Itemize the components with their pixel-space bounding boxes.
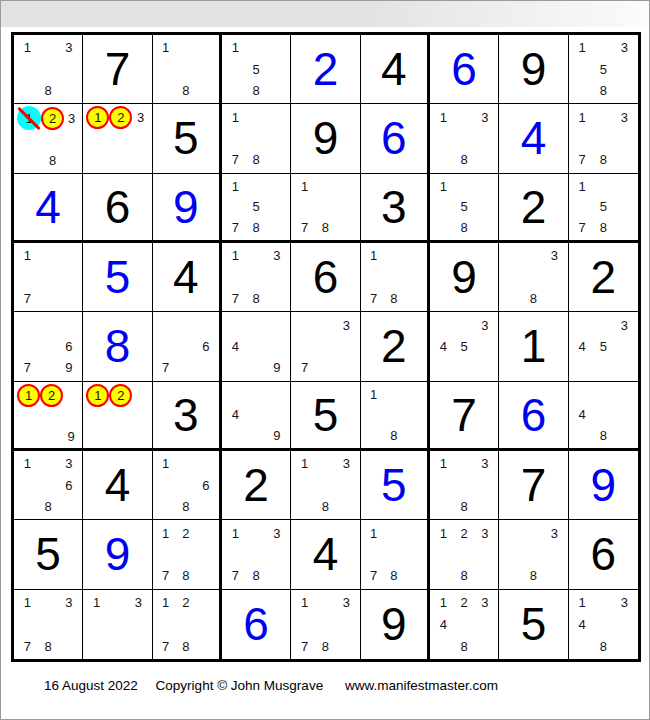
- candidate-4: 4: [572, 613, 593, 635]
- candidate-5: 5: [593, 196, 614, 217]
- cell-r1c3[interactable]: 18: [153, 35, 222, 104]
- cell-r7c3[interactable]: 168: [153, 451, 222, 520]
- candidate-8: 8: [246, 80, 267, 101]
- candidate-8: 8: [38, 635, 59, 657]
- candidate-grid: 345: [433, 314, 495, 378]
- candidate-grid: 67: [156, 314, 216, 378]
- cell-r8c9[interactable]: 6: [569, 520, 638, 589]
- cell-r2c1[interactable]: 1238: [14, 104, 83, 173]
- solved-digit: 5: [105, 254, 131, 300]
- candidate-4: 4: [572, 336, 593, 357]
- candidate-9: 9: [267, 357, 288, 378]
- candidate-grid: 138: [433, 106, 495, 170]
- given-digit: 2: [591, 254, 617, 300]
- candidate-5: 5: [454, 196, 475, 217]
- cell-r3c5[interactable]: 178: [291, 174, 360, 243]
- cell-r4c9[interactable]: 2: [569, 243, 638, 312]
- candidate-1: 1: [156, 37, 176, 58]
- candidate-3: 3: [614, 37, 635, 58]
- candidate-1: 1: [225, 106, 246, 127]
- candidate-grid: 178: [225, 106, 287, 170]
- candidate-2-highlighted: 2: [109, 384, 132, 407]
- candidate-8: 8: [593, 217, 614, 238]
- header-bar: [1, 1, 649, 27]
- given-digit: 6: [313, 254, 339, 300]
- solved-digit: 6: [521, 392, 547, 438]
- candidate-1: 1: [86, 592, 107, 614]
- cell-r6c3[interactable]: 3: [153, 382, 222, 451]
- cell-r6c5[interactable]: 5: [291, 382, 360, 451]
- cell-r6c1[interactable]: 129: [14, 382, 83, 451]
- candidate-7: 7: [294, 217, 315, 238]
- given-digit: 7: [521, 462, 547, 508]
- given-digit: 4: [313, 531, 339, 577]
- candidate-1: 1: [433, 522, 454, 543]
- cell-r1c5[interactable]: 2: [291, 35, 360, 104]
- candidate-8: 8: [454, 635, 475, 657]
- cell-r9c1[interactable]: 1378: [14, 590, 83, 659]
- candidate-4: 4: [433, 336, 454, 357]
- candidate-7: 7: [294, 635, 315, 657]
- candidate-grid: 1358: [572, 37, 635, 101]
- candidate-8: 8: [176, 496, 196, 517]
- given-digit: 7: [451, 392, 477, 438]
- given-digit: 4: [173, 254, 199, 300]
- candidate-2-highlighted: 2: [41, 107, 64, 130]
- candidate-3: 3: [475, 522, 496, 543]
- cell-r5c4[interactable]: 49: [222, 312, 291, 381]
- solved-digit: 9: [173, 184, 199, 230]
- candidate-3: 3: [267, 522, 288, 543]
- candidate-1: 1: [433, 176, 454, 197]
- cell-r6c7[interactable]: 7: [430, 382, 499, 451]
- cell-r5c7[interactable]: 345: [430, 312, 499, 381]
- candidate-1: 1: [17, 245, 38, 266]
- cell-r1c7[interactable]: 6: [430, 35, 499, 104]
- cell-r4c8[interactable]: 38: [499, 243, 568, 312]
- cell-r2c9[interactable]: 1378: [569, 104, 638, 173]
- candidate-grid: 1378: [225, 245, 287, 309]
- cell-r2c6[interactable]: 6: [361, 104, 430, 173]
- cell-r2c8[interactable]: 4: [499, 104, 568, 173]
- candidate-3: 3: [336, 592, 357, 614]
- cell-r1c4[interactable]: 158: [222, 35, 291, 104]
- given-digit: 4: [381, 46, 407, 92]
- candidate-3: 3: [132, 106, 148, 129]
- cell-r3c2[interactable]: 6: [83, 174, 152, 243]
- candidate-7: 7: [17, 635, 38, 657]
- given-digit: 2: [521, 184, 547, 230]
- candidate-7: 7: [17, 357, 38, 378]
- candidate-1: 1: [225, 245, 246, 266]
- cell-r3c7[interactable]: 158: [430, 174, 499, 243]
- candidate-3: 3: [336, 314, 357, 335]
- candidate-3: 3: [59, 592, 80, 614]
- candidate-grid: 129: [17, 384, 79, 446]
- candidate-1-highlighted: 1: [17, 384, 40, 407]
- given-digit: 9: [521, 46, 547, 92]
- candidate-grid: 138: [433, 453, 495, 517]
- candidate-5: 5: [454, 336, 475, 357]
- cell-r7c4[interactable]: 2: [222, 451, 291, 520]
- given-digit: 7: [105, 46, 131, 92]
- candidate-8: 8: [593, 635, 614, 657]
- candidate-1: 1: [572, 37, 593, 58]
- candidate-3: 3: [128, 592, 149, 614]
- candidate-grid: 1238: [17, 106, 79, 170]
- candidate-7: 7: [294, 357, 315, 378]
- candidate-8: 8: [454, 217, 475, 238]
- candidate-grid: 13: [86, 592, 148, 657]
- candidate-1: 1: [364, 384, 384, 405]
- candidate-2: 2: [454, 522, 475, 543]
- cell-r7c8[interactable]: 7: [499, 451, 568, 520]
- candidate-8: 8: [454, 496, 475, 517]
- solved-digit: 9: [591, 462, 617, 508]
- cell-r3c6[interactable]: 3: [361, 174, 430, 243]
- candidate-3: 3: [267, 245, 288, 266]
- given-digit: 9: [313, 115, 339, 161]
- cell-r7c6[interactable]: 5: [361, 451, 430, 520]
- candidate-5: 5: [246, 196, 267, 217]
- candidate-5: 5: [593, 336, 614, 357]
- given-digit: 2: [381, 323, 407, 369]
- cell-r3c9[interactable]: 1578: [569, 174, 638, 243]
- candidate-grid: 1278: [156, 522, 216, 586]
- solved-digit: 9: [105, 531, 131, 577]
- candidate-2: 2: [176, 592, 196, 614]
- footer-copyright: Copyright © John Musgrave: [156, 678, 324, 693]
- candidate-4: 4: [433, 613, 454, 635]
- candidate-1-highlighted: 1: [86, 384, 109, 407]
- cell-r9c2[interactable]: 13: [83, 590, 152, 659]
- cell-r1c2[interactable]: 7: [83, 35, 152, 104]
- candidate-grid: 178: [364, 522, 424, 586]
- cell-r7c9[interactable]: 9: [569, 451, 638, 520]
- candidate-1: 1: [572, 176, 593, 197]
- candidate-grid: 17: [17, 245, 79, 309]
- candidate-grid: 158: [433, 176, 495, 238]
- candidate-6: 6: [196, 474, 216, 495]
- candidate-8: 8: [593, 149, 614, 170]
- cell-r9c5[interactable]: 1378: [291, 590, 360, 659]
- candidate-1: 1: [17, 453, 38, 474]
- candidate-8: 8: [176, 80, 196, 101]
- candidate-1: 1: [17, 37, 38, 58]
- candidate-grid: 38: [502, 245, 564, 309]
- candidate-4: 4: [225, 336, 246, 357]
- cell-r4c4[interactable]: 1378: [222, 243, 291, 312]
- cell-r8c4[interactable]: 1378: [222, 520, 291, 589]
- candidate-8: 8: [384, 425, 404, 446]
- candidate-grid: 49: [225, 314, 287, 378]
- cell-r7c7[interactable]: 138: [430, 451, 499, 520]
- candidate-1: 1: [433, 106, 454, 127]
- candidate-grid: 1238: [433, 522, 495, 586]
- cell-r5c5[interactable]: 37: [291, 312, 360, 381]
- candidate-8: 8: [176, 635, 196, 657]
- candidate-1: 1: [572, 106, 593, 127]
- candidate-1: 1: [294, 453, 315, 474]
- candidate-grid: 178: [294, 176, 356, 238]
- given-digit: 2: [243, 462, 269, 508]
- candidate-3: 3: [475, 314, 496, 335]
- candidate-8: 8: [176, 565, 196, 586]
- candidate-8: 8: [315, 217, 336, 238]
- candidate-1: 1: [225, 37, 246, 58]
- candidate-1: 1: [364, 245, 384, 266]
- candidate-1: 1: [156, 522, 176, 543]
- cell-r8c3[interactable]: 1278: [153, 520, 222, 589]
- candidate-grid: 1378: [294, 592, 356, 657]
- cell-r8c2[interactable]: 9: [83, 520, 152, 589]
- solved-digit: 4: [521, 115, 547, 161]
- cell-r1c1[interactable]: 138: [14, 35, 83, 104]
- candidate-grid: 1378: [17, 592, 79, 657]
- candidate-8: 8: [246, 217, 267, 238]
- candidate-grid: 178: [364, 245, 424, 309]
- candidate-3: 3: [544, 245, 565, 266]
- cell-r5c2[interactable]: 8: [83, 312, 152, 381]
- given-digit: 5: [313, 392, 339, 438]
- candidate-7: 7: [156, 635, 176, 657]
- candidate-9: 9: [63, 426, 79, 446]
- cell-r8c5[interactable]: 4: [291, 520, 360, 589]
- candidate-grid: 138: [17, 37, 79, 101]
- candidate-3: 3: [614, 106, 635, 127]
- candidate-3: 3: [475, 592, 496, 614]
- candidate-8: 8: [593, 80, 614, 101]
- candidate-8: 8: [454, 149, 475, 170]
- candidate-grid: 168: [156, 453, 216, 517]
- candidate-grid: 48: [572, 384, 635, 446]
- given-digit: 1: [521, 323, 547, 369]
- candidate-8: 8: [593, 425, 614, 446]
- candidate-1: 1: [225, 176, 246, 197]
- given-digit: 4: [105, 462, 131, 508]
- candidate-2: 2: [454, 592, 475, 614]
- solved-digit: 6: [381, 115, 407, 161]
- solved-digit: 4: [35, 184, 61, 230]
- candidate-grid: 37: [294, 314, 356, 378]
- candidate-7: 7: [572, 217, 593, 238]
- candidate-8: 8: [315, 496, 336, 517]
- candidate-grid: 1578: [225, 176, 287, 238]
- cell-r5c3[interactable]: 67: [153, 312, 222, 381]
- candidate-7: 7: [225, 288, 246, 309]
- candidate-grid: 12348: [433, 592, 495, 657]
- cell-r9c6[interactable]: 9: [361, 590, 430, 659]
- candidate-grid: 49: [225, 384, 287, 446]
- cell-r4c6[interactable]: 178: [361, 243, 430, 312]
- candidate-7: 7: [572, 149, 593, 170]
- candidate-1-eliminated: 1: [17, 106, 41, 130]
- candidate-8: 8: [41, 150, 64, 170]
- candidate-6: 6: [59, 336, 80, 357]
- candidate-grid: 1378: [572, 106, 635, 170]
- given-digit: 5: [173, 115, 199, 161]
- cell-r5c9[interactable]: 345: [569, 312, 638, 381]
- candidate-1: 1: [433, 453, 454, 474]
- cell-r6c6[interactable]: 18: [361, 382, 430, 451]
- candidate-3: 3: [64, 106, 79, 130]
- candidate-3: 3: [475, 106, 496, 127]
- given-digit: 9: [451, 254, 477, 300]
- cell-r6c2[interactable]: 12: [83, 382, 152, 451]
- sudoku-board: 1387181582469135812381235178961384137846…: [11, 32, 641, 662]
- cell-r7c5[interactable]: 138: [291, 451, 360, 520]
- candidate-8: 8: [523, 565, 544, 586]
- candidate-8: 8: [246, 149, 267, 170]
- given-digit: 9: [381, 601, 407, 647]
- candidate-2: 2: [176, 522, 196, 543]
- cell-r2c5[interactable]: 9: [291, 104, 360, 173]
- cell-r1c8[interactable]: 9: [499, 35, 568, 104]
- candidate-grid: 1578: [572, 176, 635, 238]
- cell-r8c6[interactable]: 178: [361, 520, 430, 589]
- given-digit: 6: [105, 184, 131, 230]
- solved-digit: 2: [313, 46, 339, 92]
- cell-r6c9[interactable]: 48: [569, 382, 638, 451]
- candidate-grid: 679: [17, 314, 79, 378]
- cell-r3c1[interactable]: 4: [14, 174, 83, 243]
- candidate-8: 8: [38, 496, 59, 517]
- cell-r7c1[interactable]: 1368: [14, 451, 83, 520]
- candidate-8: 8: [246, 288, 267, 309]
- candidate-1: 1: [294, 176, 315, 197]
- cell-r2c3[interactable]: 5: [153, 104, 222, 173]
- cell-r2c2[interactable]: 123: [83, 104, 152, 173]
- candidate-1: 1: [156, 453, 176, 474]
- cell-r8c8[interactable]: 38: [499, 520, 568, 589]
- cell-r5c1[interactable]: 679: [14, 312, 83, 381]
- footer-date: 16 August 2022: [44, 678, 138, 693]
- solved-digit: 6: [451, 46, 477, 92]
- cell-r6c4[interactable]: 49: [222, 382, 291, 451]
- candidate-grid: 138: [294, 453, 356, 517]
- cell-r4c7[interactable]: 9: [430, 243, 499, 312]
- cell-r1c6[interactable]: 4: [361, 35, 430, 104]
- candidate-8: 8: [523, 288, 544, 309]
- candidate-grid: 18: [156, 37, 216, 101]
- candidate-grid: 18: [364, 384, 424, 446]
- candidate-3: 3: [336, 453, 357, 474]
- candidate-8: 8: [384, 288, 404, 309]
- candidate-1: 1: [294, 592, 315, 614]
- given-digit: 5: [35, 531, 61, 577]
- candidate-grid: 38: [502, 522, 564, 586]
- cell-r9c4[interactable]: 6: [222, 590, 291, 659]
- candidate-3: 3: [59, 453, 80, 474]
- candidate-3: 3: [614, 592, 635, 614]
- candidate-grid: 1348: [572, 592, 635, 657]
- candidate-1: 1: [17, 592, 38, 614]
- candidate-8: 8: [454, 565, 475, 586]
- cell-r6c8[interactable]: 6: [499, 382, 568, 451]
- candidate-7: 7: [225, 149, 246, 170]
- candidate-6: 6: [59, 474, 80, 495]
- candidate-3: 3: [544, 522, 565, 543]
- solved-digit: 5: [381, 462, 407, 508]
- candidate-grid: 1278: [156, 592, 216, 657]
- candidate-9: 9: [59, 357, 80, 378]
- candidate-2-highlighted: 2: [40, 384, 63, 407]
- cell-r4c2[interactable]: 5: [83, 243, 152, 312]
- candidate-grid: 123: [86, 106, 148, 170]
- candidate-grid: 158: [225, 37, 287, 101]
- cell-r2c7[interactable]: 138: [430, 104, 499, 173]
- cell-r5c8[interactable]: 1: [499, 312, 568, 381]
- cell-r3c3[interactable]: 9: [153, 174, 222, 243]
- candidate-7: 7: [364, 565, 384, 586]
- solved-digit: 6: [243, 601, 269, 647]
- candidate-1: 1: [156, 592, 176, 614]
- candidate-9: 9: [267, 425, 288, 446]
- candidate-7: 7: [225, 565, 246, 586]
- candidate-7: 7: [156, 357, 176, 378]
- cell-r8c1[interactable]: 5: [14, 520, 83, 589]
- candidate-3: 3: [614, 314, 635, 335]
- candidate-1: 1: [433, 592, 454, 614]
- cell-r2c4[interactable]: 178: [222, 104, 291, 173]
- candidate-5: 5: [246, 58, 267, 79]
- candidate-grid: 345: [572, 314, 635, 378]
- cell-r4c3[interactable]: 4: [153, 243, 222, 312]
- given-digit: 3: [173, 392, 199, 438]
- cell-r7c2[interactable]: 4: [83, 451, 152, 520]
- candidate-8: 8: [246, 565, 267, 586]
- candidate-3: 3: [59, 37, 80, 58]
- cell-r4c5[interactable]: 6: [291, 243, 360, 312]
- candidate-1: 1: [225, 522, 246, 543]
- candidate-8: 8: [384, 565, 404, 586]
- page: 1387181582469135812381235178961384137846…: [0, 0, 650, 720]
- cell-r9c8[interactable]: 5: [499, 590, 568, 659]
- cell-r3c8[interactable]: 2: [499, 174, 568, 243]
- candidate-1: 1: [572, 592, 593, 614]
- cell-r3c4[interactable]: 1578: [222, 174, 291, 243]
- cell-r9c7[interactable]: 12348: [430, 590, 499, 659]
- candidate-1: 1: [364, 522, 384, 543]
- given-digit: 3: [381, 184, 407, 230]
- footer-website: www.manifestmaster.com: [345, 678, 498, 693]
- cell-r9c9[interactable]: 1348: [569, 590, 638, 659]
- footer: 16 August 2022 Copyright © John Musgrave…: [44, 678, 498, 693]
- cell-r5c6[interactable]: 2: [361, 312, 430, 381]
- given-digit: 5: [521, 601, 547, 647]
- cell-r4c1[interactable]: 17: [14, 243, 83, 312]
- candidate-5: 5: [593, 58, 614, 79]
- given-digit: 6: [591, 531, 617, 577]
- candidate-7: 7: [225, 217, 246, 238]
- solved-digit: 8: [105, 323, 131, 369]
- candidate-4: 4: [225, 404, 246, 425]
- candidate-1-highlighted: 1: [86, 106, 109, 129]
- candidate-grid: 12: [86, 384, 148, 446]
- candidate-6: 6: [196, 336, 216, 357]
- candidate-8: 8: [38, 80, 59, 101]
- candidate-8: 8: [315, 635, 336, 657]
- candidate-2-highlighted: 2: [109, 106, 132, 129]
- candidate-grid: 1378: [225, 522, 287, 586]
- candidate-7: 7: [364, 288, 384, 309]
- cell-r1c9[interactable]: 1358: [569, 35, 638, 104]
- candidate-7: 7: [17, 288, 38, 309]
- candidate-4: 4: [572, 404, 593, 425]
- candidate-3: 3: [475, 453, 496, 474]
- cell-r8c7[interactable]: 1238: [430, 520, 499, 589]
- cell-r9c3[interactable]: 1278: [153, 590, 222, 659]
